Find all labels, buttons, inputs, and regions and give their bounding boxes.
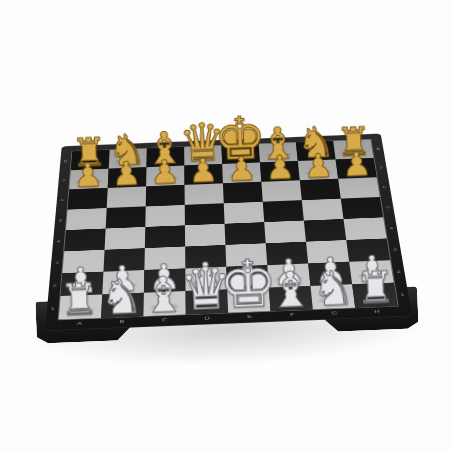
file-label-f: F [271,311,314,320]
square-d5[interactable] [185,203,225,225]
square-h5[interactable] [341,197,383,219]
square-c5[interactable] [145,205,185,227]
file-label-d: D [186,314,229,323]
rank-label-5: 5 [381,196,395,217]
silver-rook[interactable]: ♜ [59,278,100,323]
gold-pawn[interactable]: ♟ [226,152,257,186]
square-c7[interactable]: ♟ [146,166,184,187]
square-g6[interactable] [300,179,341,200]
file-label-e: E [228,312,271,321]
square-a5[interactable] [66,208,107,230]
chess-board: ♜♞♝♛♚♝♞♜♟♟♟♟♟♟♟♟♟♟♟♟♟♟♟♟♜♞♝♛♚♝♞♜ [59,139,398,319]
rank-label-3: 3 [388,238,403,260]
gold-pawn[interactable]: ♟ [341,147,372,181]
rank-label-6: 6 [378,177,392,197]
square-e6[interactable] [223,182,263,203]
square-f1[interactable]: ♝ [269,286,313,311]
rank-label-1: 1 [46,296,60,320]
product-photo: ♜♞♝♛♚♝♞♜♟♟♟♟♟♟♟♟♟♟♟♟♟♟♟♟♜♞♝♛♚♝♞♜ ABCDEFG… [0,0,452,452]
board-frame: ♜♞♝♛♚♝♞♜♟♟♟♟♟♟♟♟♟♟♟♟♟♟♟♟♜♞♝♛♚♝♞♜ ABCDEFG… [45,134,412,331]
square-e5[interactable] [224,202,264,224]
square-h6[interactable] [338,177,380,198]
square-f6[interactable] [261,180,301,201]
silver-knight[interactable]: ♞ [311,264,356,313]
file-label-b: B [101,317,144,327]
square-e1[interactable]: ♚ [227,288,270,313]
rank-label-5: 5 [54,210,67,231]
square-b1[interactable]: ♞ [101,293,144,318]
square-h7[interactable]: ♟ [336,158,377,179]
silver-bishop[interactable]: ♝ [268,264,314,314]
file-label-h: H [355,307,399,316]
square-a1[interactable]: ♜ [59,294,103,319]
square-h4[interactable] [343,217,386,240]
square-h1[interactable]: ♜ [352,283,397,308]
square-b4[interactable] [105,227,146,250]
square-e7[interactable]: ♟ [222,163,261,184]
gold-pawn[interactable]: ♟ [265,150,296,184]
file-label-c: C [143,316,186,326]
rank-label-6: 6 [56,190,68,210]
square-g5[interactable] [302,199,344,221]
silver-rook[interactable]: ♜ [355,266,396,311]
square-b7[interactable]: ♟ [108,167,147,188]
square-d7[interactable]: ♟ [184,164,223,185]
square-d6[interactable] [185,183,224,204]
gold-pawn[interactable]: ♟ [111,156,142,190]
chessboard-3d-scene: ♜♞♝♛♚♝♞♜♟♟♟♟♟♟♟♟♟♟♟♟♟♟♟♟♜♞♝♛♚♝♞♜ ABCDEFG… [45,134,412,331]
square-c4[interactable] [145,225,185,248]
rank-label-8: 8 [60,151,72,170]
rank-label-3: 3 [50,251,63,273]
square-e4[interactable] [225,222,266,245]
rank-label-7: 7 [374,158,388,178]
square-c6[interactable] [146,185,185,206]
square-a4[interactable] [64,229,105,252]
gold-pawn[interactable]: ♟ [73,158,104,192]
gold-pawn[interactable]: ♟ [150,155,181,189]
square-f4[interactable] [264,221,306,244]
square-b5[interactable] [106,206,146,228]
square-f5[interactable] [263,200,304,222]
rank-label-4: 4 [384,217,399,239]
square-d4[interactable] [185,224,225,247]
square-g4[interactable] [304,219,346,242]
rank-label-4: 4 [52,230,65,252]
square-f7[interactable]: ♟ [260,161,300,182]
gold-pawn[interactable]: ♟ [303,149,334,183]
file-label-g: G [313,309,356,318]
rank-label-7: 7 [58,170,70,190]
square-g1[interactable]: ♞ [310,284,355,309]
square-a7[interactable]: ♟ [69,169,108,190]
square-g7[interactable]: ♟ [298,160,338,181]
rank-label-8: 8 [371,139,384,158]
silver-knight[interactable]: ♞ [99,272,144,321]
square-a6[interactable] [68,188,108,210]
gold-pawn[interactable]: ♟ [188,153,219,187]
square-b6[interactable] [107,186,146,207]
file-label-a: A [58,319,101,329]
